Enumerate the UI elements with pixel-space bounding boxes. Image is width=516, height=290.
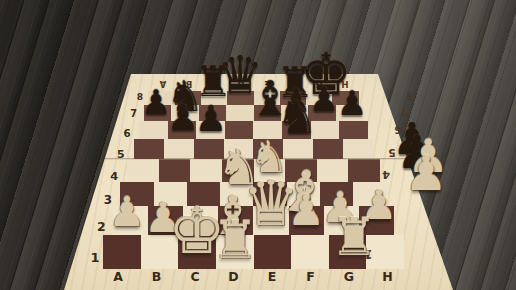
piece-black-pawn-h7[interactable]: ♟ <box>337 86 367 120</box>
chess-photo-scene: AABBCCDDEEFFGGHH8877665544332211 ♜♛♜♚♟♞♝… <box>0 0 516 290</box>
piece-white-rook-g1[interactable]: ♜ <box>331 211 378 263</box>
pieces-layer: ♜♛♜♚♟♞♝♟♟♟♟♟♞♞♞♝♟♟♝♛♟♟♟♚♜♜♟♟♟♟ <box>0 0 516 290</box>
piece-white-pawn-a2[interactable]: ♟ <box>109 192 146 233</box>
captured-white-pawn: ♟ <box>404 149 447 197</box>
piece-white-rook-d1[interactable]: ♜ <box>212 214 259 266</box>
piece-black-pawn-c6[interactable]: ♟ <box>195 101 227 137</box>
